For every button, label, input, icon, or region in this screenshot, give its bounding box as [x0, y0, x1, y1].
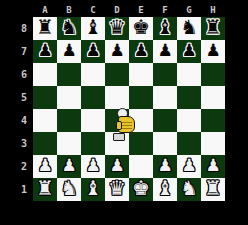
square-d2[interactable]: ♟	[105, 155, 129, 178]
square-h7[interactable]: ♟	[201, 40, 225, 63]
rank-label-6: 6	[17, 63, 31, 86]
black-queen-icon: ♛	[105, 15, 129, 40]
square-b7[interactable]: ♟	[57, 40, 81, 63]
square-h5[interactable]	[201, 86, 225, 109]
white-pawn-icon: ♟	[153, 153, 177, 178]
square-c8[interactable]: ♝	[81, 17, 105, 40]
square-f5[interactable]	[153, 86, 177, 109]
rank-label-7: 7	[17, 40, 31, 63]
white-pawn-icon: ♟	[57, 153, 81, 178]
square-b2[interactable]: ♟	[57, 155, 81, 178]
square-a2[interactable]: ♟	[33, 155, 57, 178]
file-label-d: D	[105, 5, 129, 15]
file-labels: ABCDEFGH	[33, 5, 225, 15]
square-d7[interactable]: ♟	[105, 40, 129, 63]
black-pawn-icon: ♟	[81, 38, 105, 63]
white-bishop-icon: ♝	[153, 176, 177, 201]
file-label-a: A	[33, 5, 57, 15]
square-h8[interactable]: ♜	[201, 17, 225, 40]
square-f4[interactable]	[153, 109, 177, 132]
square-e5[interactable]	[129, 86, 153, 109]
file-label-g: G	[177, 5, 201, 15]
black-pawn-icon: ♟	[177, 38, 201, 63]
rank-label-8: 8	[17, 17, 31, 40]
file-label-c: C	[81, 5, 105, 15]
grab-hand-icon	[118, 116, 135, 133]
square-h1[interactable]: ♜	[201, 178, 225, 201]
square-f1[interactable]: ♝	[153, 178, 177, 201]
white-rook-icon: ♜	[201, 176, 225, 201]
black-rook-icon: ♜	[33, 15, 57, 40]
square-e8[interactable]: ♚	[129, 17, 153, 40]
square-b4[interactable]	[57, 109, 81, 132]
white-pawn-icon: ♟	[177, 153, 201, 178]
square-b8[interactable]: ♞	[57, 17, 81, 40]
square-a6[interactable]	[33, 63, 57, 86]
square-h2[interactable]: ♟	[201, 155, 225, 178]
black-pawn-icon: ♟	[105, 38, 129, 63]
square-a5[interactable]	[33, 86, 57, 109]
square-e2[interactable]	[129, 155, 153, 178]
white-knight-icon: ♞	[57, 176, 81, 201]
white-pawn-icon: ♟	[105, 153, 129, 178]
white-king-icon: ♚	[129, 176, 153, 201]
square-g1[interactable]: ♞	[177, 178, 201, 201]
black-bishop-icon: ♝	[81, 15, 105, 40]
black-pawn-icon: ♟	[201, 38, 225, 63]
square-b1[interactable]: ♞	[57, 178, 81, 201]
square-e6[interactable]	[129, 63, 153, 86]
black-king-icon: ♚	[129, 15, 153, 40]
rank-label-3: 3	[17, 132, 31, 155]
square-h4[interactable]	[201, 109, 225, 132]
file-label-b: B	[57, 5, 81, 15]
held-white-pawn-base-icon	[113, 133, 125, 141]
square-b3[interactable]	[57, 132, 81, 155]
square-d5[interactable]	[105, 86, 129, 109]
file-label-e: E	[129, 5, 153, 15]
square-c5[interactable]	[81, 86, 105, 109]
white-knight-icon: ♞	[177, 176, 201, 201]
square-c2[interactable]: ♟	[81, 155, 105, 178]
rank-labels: 87654321	[17, 17, 31, 201]
square-g8[interactable]: ♞	[177, 17, 201, 40]
square-c4[interactable]	[81, 109, 105, 132]
black-pawn-icon: ♟	[57, 38, 81, 63]
square-c6[interactable]	[81, 63, 105, 86]
black-knight-icon: ♞	[57, 15, 81, 40]
square-d6[interactable]	[105, 63, 129, 86]
white-bishop-icon: ♝	[81, 176, 105, 201]
file-label-f: F	[153, 5, 177, 15]
square-c3[interactable]	[81, 132, 105, 155]
rank-label-4: 4	[17, 109, 31, 132]
square-g6[interactable]	[177, 63, 201, 86]
square-a1[interactable]: ♜	[33, 178, 57, 201]
square-g7[interactable]: ♟	[177, 40, 201, 63]
square-g2[interactable]: ♟	[177, 155, 201, 178]
square-f2[interactable]: ♟	[153, 155, 177, 178]
black-rook-icon: ♜	[201, 15, 225, 40]
rank-label-5: 5	[17, 86, 31, 109]
black-knight-icon: ♞	[177, 15, 201, 40]
black-pawn-icon: ♟	[153, 38, 177, 63]
square-f7[interactable]: ♟	[153, 40, 177, 63]
black-bishop-icon: ♝	[153, 15, 177, 40]
chess-game-screen: ABCDEFGH 87654321 ♜♞♝♛♚♝♞♜♟♟♟♟♟♟♟♟♟♟♟♟♟♟…	[0, 0, 248, 225]
rank-label-2: 2	[17, 155, 31, 178]
rank-label-1: 1	[17, 178, 31, 201]
square-a3[interactable]	[33, 132, 57, 155]
square-b5[interactable]	[57, 86, 81, 109]
square-c7[interactable]: ♟	[81, 40, 105, 63]
square-e7[interactable]: ♟	[129, 40, 153, 63]
square-g3[interactable]	[177, 132, 201, 155]
square-a4[interactable]	[33, 109, 57, 132]
square-f8[interactable]: ♝	[153, 17, 177, 40]
square-a7[interactable]: ♟	[33, 40, 57, 63]
white-rook-icon: ♜	[33, 176, 57, 201]
square-c1[interactable]: ♝	[81, 178, 105, 201]
square-b6[interactable]	[57, 63, 81, 86]
square-h6[interactable]	[201, 63, 225, 86]
square-f6[interactable]	[153, 63, 177, 86]
file-label-h: H	[201, 5, 225, 15]
black-pawn-icon: ♟	[129, 38, 153, 63]
square-h3[interactable]	[201, 132, 225, 155]
white-pawn-icon: ♟	[81, 153, 105, 178]
square-a8[interactable]: ♜	[33, 17, 57, 40]
square-d8[interactable]: ♛	[105, 17, 129, 40]
square-e1[interactable]: ♚	[129, 178, 153, 201]
white-pawn-icon: ♟	[201, 153, 225, 178]
square-d1[interactable]: ♛	[105, 178, 129, 201]
black-pawn-icon: ♟	[33, 38, 57, 63]
white-pawn-icon: ♟	[33, 153, 57, 178]
square-g5[interactable]	[177, 86, 201, 109]
square-g4[interactable]	[177, 109, 201, 132]
hand-cursor[interactable]	[113, 108, 137, 142]
square-f3[interactable]	[153, 132, 177, 155]
white-queen-icon: ♛	[105, 176, 129, 201]
